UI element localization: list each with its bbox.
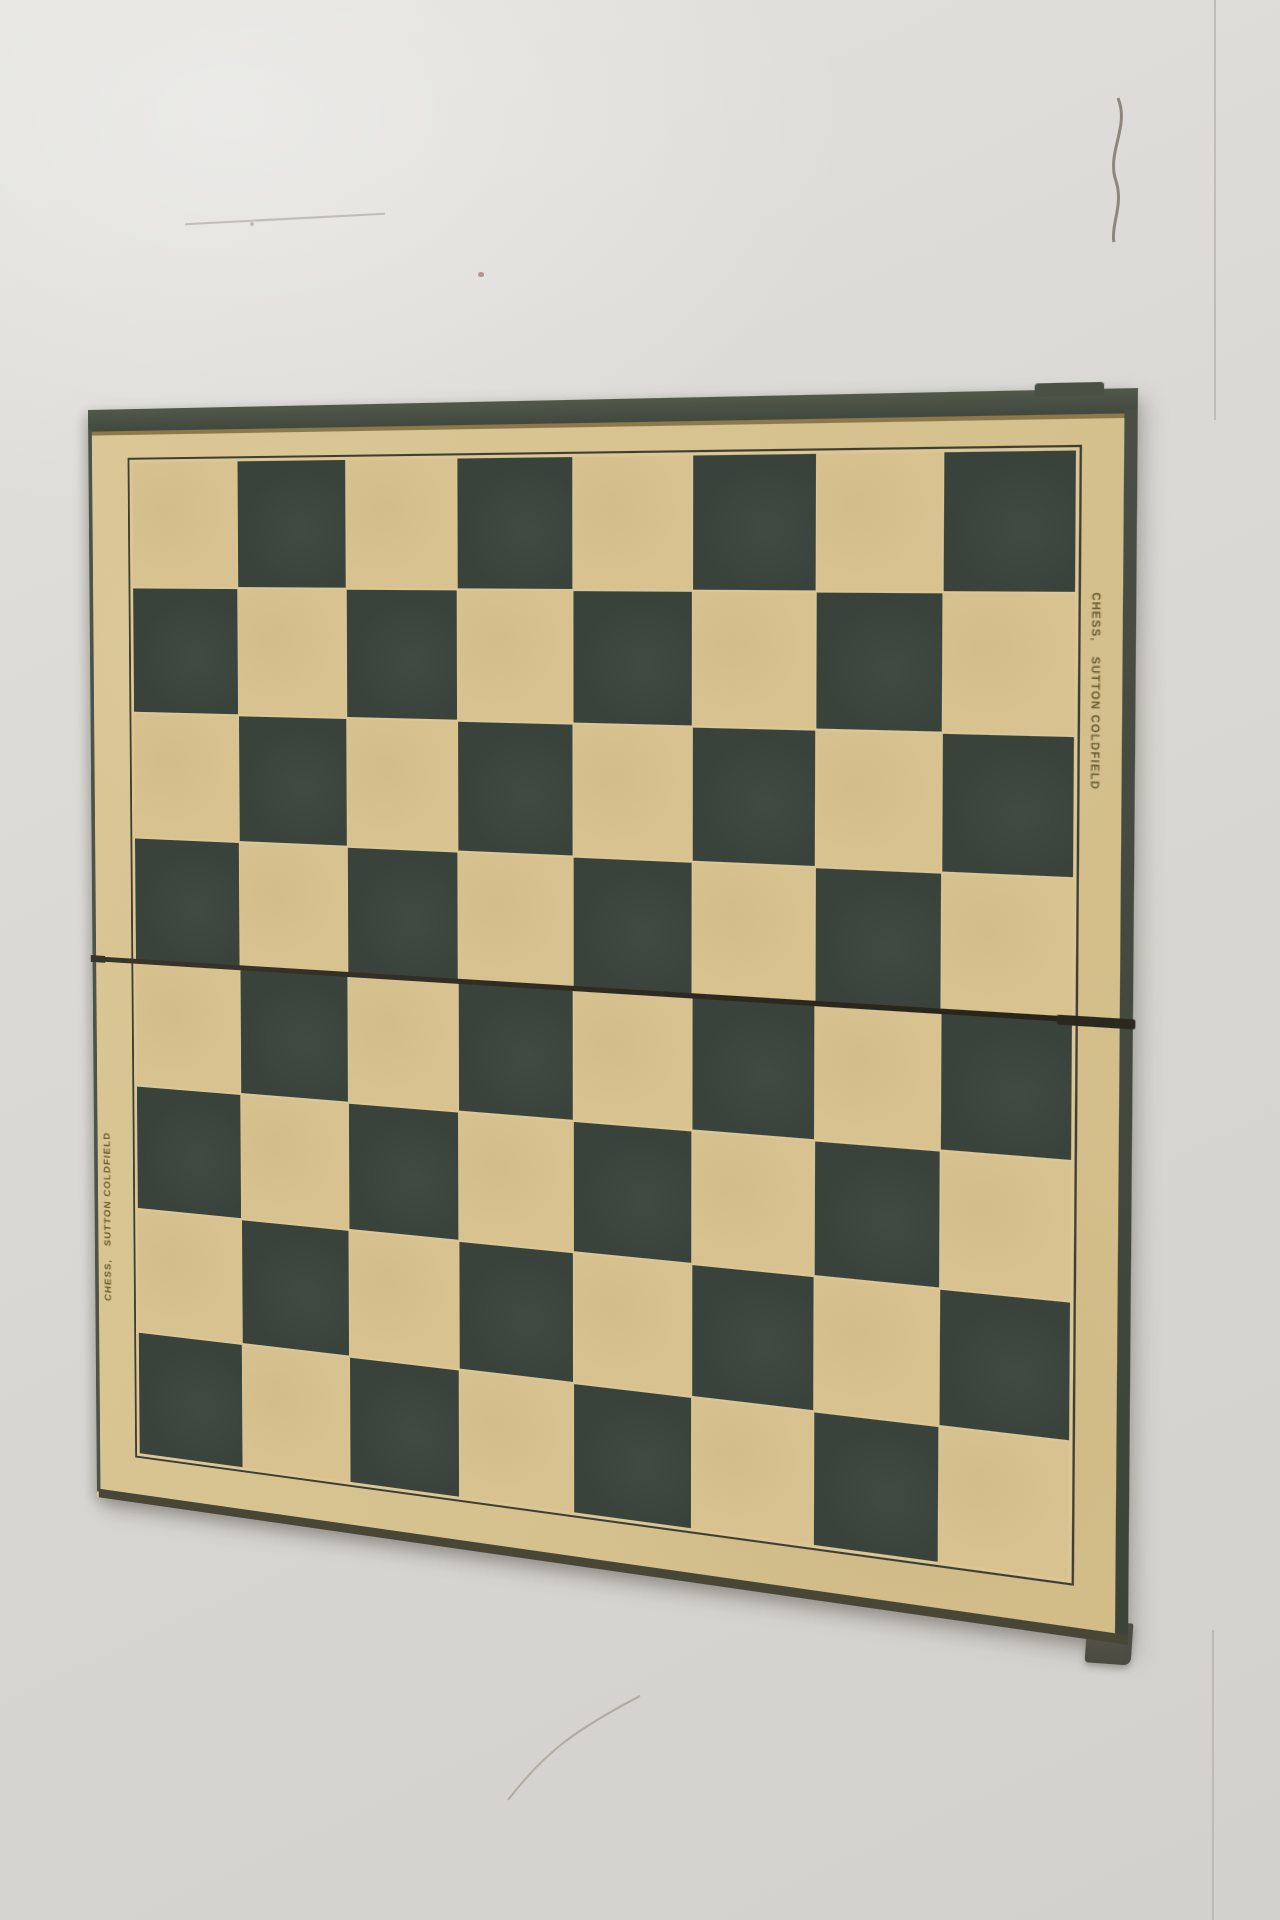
square-c3[interactable]: [348, 1104, 458, 1240]
square-b5[interactable]: [240, 843, 347, 974]
square-d3[interactable]: [459, 1113, 573, 1251]
square-b8[interactable]: [237, 460, 345, 588]
square-c1[interactable]: [350, 1358, 460, 1497]
square-g7[interactable]: [816, 593, 943, 732]
square-c7[interactable]: [346, 590, 457, 720]
square-g5[interactable]: [815, 868, 941, 1011]
maker-label-text: SUTTON COLDFIELD: [1089, 657, 1103, 791]
photo-scene: CHESS,SUTTON COLDFIELD CHESS,SUTTON COLD…: [0, 0, 1280, 1920]
square-a5[interactable]: [135, 838, 239, 967]
square-e8[interactable]: [573, 455, 692, 589]
maker-label-text: SUTTON COLDFIELD: [102, 1131, 113, 1246]
square-a8[interactable]: [132, 461, 237, 587]
maker-label-text: CHESS,: [1090, 592, 1104, 642]
square-e4[interactable]: [574, 990, 692, 1129]
square-b1[interactable]: [243, 1345, 350, 1482]
square-e1[interactable]: [574, 1384, 691, 1528]
square-b6[interactable]: [239, 716, 347, 845]
square-e2[interactable]: [574, 1253, 691, 1395]
square-c8[interactable]: [346, 459, 457, 589]
square-g2[interactable]: [814, 1277, 940, 1425]
square-b4[interactable]: [240, 969, 347, 1101]
folding-chessboard: CHESS,SUTTON COLDFIELD CHESS,SUTTON COLD…: [88, 388, 1138, 1645]
square-h2[interactable]: [940, 1290, 1070, 1441]
scratch-mark-top-right: [1100, 95, 1140, 245]
square-a2[interactable]: [138, 1210, 242, 1343]
square-c4[interactable]: [348, 976, 458, 1111]
square-c5[interactable]: [347, 848, 458, 981]
square-f8[interactable]: [693, 454, 816, 590]
square-b2[interactable]: [242, 1220, 349, 1355]
square-g3[interactable]: [814, 1141, 940, 1287]
square-e7[interactable]: [573, 591, 691, 725]
square-h4[interactable]: [941, 1013, 1072, 1160]
square-d2[interactable]: [460, 1242, 573, 1382]
square-f3[interactable]: [692, 1132, 813, 1275]
square-d8[interactable]: [458, 457, 573, 589]
maker-label-right: CHESS,SUTTON COLDFIELD: [1089, 592, 1104, 790]
square-c2[interactable]: [349, 1231, 459, 1369]
scratch-mark-bottom: [500, 1690, 650, 1805]
square-a7[interactable]: [133, 588, 238, 714]
maker-label-text: CHESS,: [103, 1258, 113, 1301]
chess-grid: [128, 445, 1082, 1586]
square-h6[interactable]: [943, 734, 1074, 877]
square-f6[interactable]: [692, 728, 814, 866]
square-e6[interactable]: [574, 725, 692, 861]
square-a6[interactable]: [134, 714, 238, 841]
square-f4[interactable]: [692, 997, 814, 1139]
square-d1[interactable]: [460, 1371, 573, 1513]
square-d4[interactable]: [459, 983, 573, 1120]
square-h7[interactable]: [943, 593, 1075, 735]
square-d6[interactable]: [458, 722, 572, 856]
square-c6[interactable]: [347, 719, 458, 851]
surface-crease-line-top: [1214, 0, 1216, 420]
surface-crease-line-bottom: [1212, 1630, 1214, 1920]
speck-mark-small: [250, 222, 254, 226]
faint-scratch-upper-left: [185, 213, 385, 225]
speck-mark: [478, 272, 484, 277]
square-e5[interactable]: [574, 858, 692, 996]
square-f5[interactable]: [692, 863, 814, 1003]
square-g8[interactable]: [816, 452, 943, 591]
square-d5[interactable]: [459, 853, 573, 988]
square-g4[interactable]: [815, 1005, 941, 1149]
square-h1[interactable]: [939, 1427, 1069, 1579]
square-g6[interactable]: [815, 731, 942, 872]
square-e3[interactable]: [574, 1122, 691, 1263]
square-a4[interactable]: [136, 963, 240, 1093]
square-a1[interactable]: [139, 1333, 243, 1467]
square-f1[interactable]: [692, 1398, 813, 1545]
square-d7[interactable]: [458, 590, 573, 722]
maker-label-left: CHESS,SUTTON COLDFIELD: [102, 1131, 113, 1301]
square-g1[interactable]: [813, 1412, 938, 1561]
square-a3[interactable]: [137, 1087, 241, 1219]
board-top-edge-corner-bump: [1035, 382, 1104, 397]
square-h8[interactable]: [944, 451, 1076, 592]
square-b7[interactable]: [238, 589, 346, 717]
square-h3[interactable]: [940, 1152, 1071, 1301]
square-b3[interactable]: [241, 1095, 348, 1229]
square-h5[interactable]: [942, 874, 1073, 1019]
square-f7[interactable]: [693, 592, 815, 729]
square-f2[interactable]: [692, 1265, 813, 1410]
